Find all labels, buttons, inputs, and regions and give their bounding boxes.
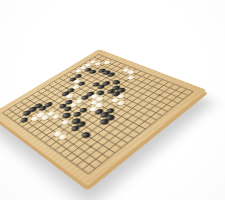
black-stone [61, 112, 71, 119]
white-stone [126, 75, 136, 80]
white-stone [126, 70, 136, 75]
stones-layer [0, 49, 207, 186]
go-board [0, 49, 207, 186]
black-stone [111, 79, 121, 84]
black-stone [80, 131, 91, 139]
black-stone [107, 72, 116, 77]
black-stone [19, 117, 29, 124]
black-stone [88, 69, 97, 74]
white-stone [103, 60, 112, 65]
product-photo-stage [0, 0, 225, 200]
white-stone [60, 119, 71, 126]
board-surface [0, 49, 207, 186]
